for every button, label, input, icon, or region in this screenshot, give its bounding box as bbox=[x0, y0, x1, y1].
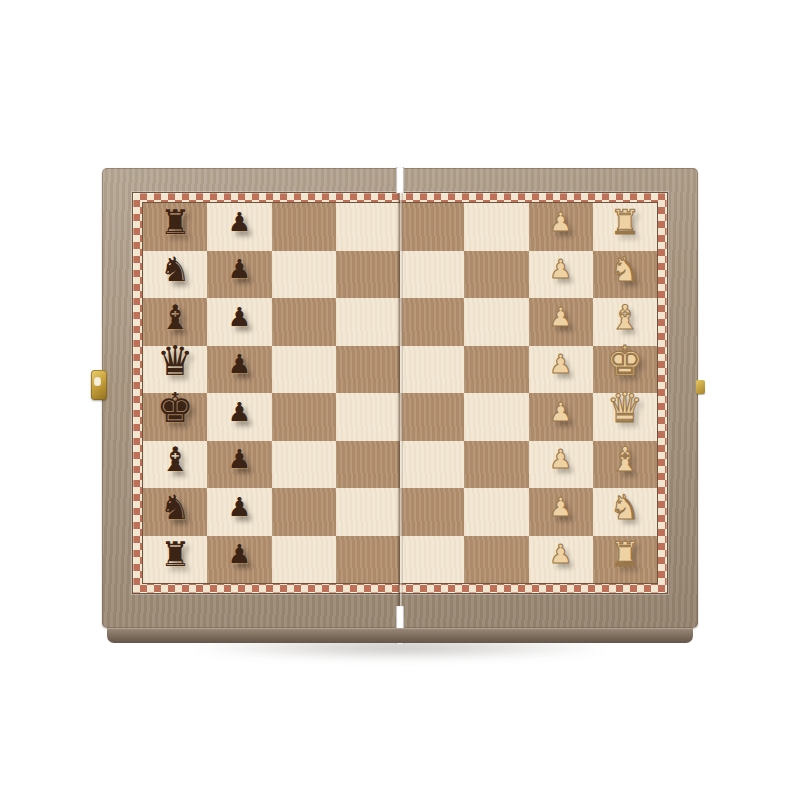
dark-bishop-piece: ♝ bbox=[143, 293, 207, 341]
square: ♜ bbox=[593, 536, 657, 584]
square bbox=[400, 488, 464, 536]
square: ♟ bbox=[207, 488, 271, 536]
dark-pawn-piece: ♟ bbox=[207, 531, 271, 579]
square: ♟ bbox=[529, 346, 593, 394]
square: ♞ bbox=[143, 488, 207, 536]
square: ♞ bbox=[593, 251, 657, 299]
square: ♟ bbox=[529, 393, 593, 441]
square: ♜ bbox=[143, 203, 207, 251]
dark-knight-piece: ♞ bbox=[143, 246, 207, 294]
square bbox=[400, 298, 464, 346]
square: ♟ bbox=[207, 536, 271, 584]
dark-pawn-piece: ♟ bbox=[207, 293, 271, 341]
light-pawn-piece: ♟ bbox=[529, 198, 593, 246]
square bbox=[272, 203, 336, 251]
light-king-piece: ♚ bbox=[593, 338, 657, 386]
square bbox=[272, 488, 336, 536]
square: ♟ bbox=[207, 203, 271, 251]
square bbox=[272, 393, 336, 441]
dark-pawn-piece: ♟ bbox=[207, 341, 271, 389]
square: ♟ bbox=[529, 251, 593, 299]
square bbox=[464, 488, 528, 536]
light-knight-piece: ♞ bbox=[593, 483, 657, 531]
square bbox=[336, 251, 400, 299]
light-pawn-piece: ♟ bbox=[529, 246, 593, 294]
square bbox=[464, 393, 528, 441]
light-pawn-piece: ♟ bbox=[529, 293, 593, 341]
square bbox=[464, 441, 528, 489]
light-bishop-piece: ♝ bbox=[593, 293, 657, 341]
square: ♞ bbox=[593, 488, 657, 536]
dark-pawn-piece: ♟ bbox=[207, 436, 271, 484]
dark-bishop-piece: ♝ bbox=[143, 436, 207, 484]
square bbox=[400, 346, 464, 394]
light-rook-piece: ♜ bbox=[593, 198, 657, 246]
square bbox=[400, 251, 464, 299]
square: ♟ bbox=[207, 251, 271, 299]
square bbox=[336, 488, 400, 536]
square: ♚ bbox=[143, 393, 207, 441]
square bbox=[336, 393, 400, 441]
square bbox=[464, 346, 528, 394]
square: ♟ bbox=[529, 203, 593, 251]
square bbox=[464, 536, 528, 584]
square: ♞ bbox=[143, 251, 207, 299]
square bbox=[336, 203, 400, 251]
square: ♟ bbox=[207, 346, 271, 394]
light-pawn-piece: ♟ bbox=[529, 388, 593, 436]
box-front-edge bbox=[107, 628, 693, 643]
square: ♝ bbox=[593, 441, 657, 489]
square bbox=[272, 298, 336, 346]
light-bishop-piece: ♝ bbox=[593, 436, 657, 484]
dark-pawn-piece: ♟ bbox=[207, 388, 271, 436]
square: ♟ bbox=[207, 393, 271, 441]
square: ♚ bbox=[593, 346, 657, 394]
square: ♛ bbox=[593, 393, 657, 441]
square bbox=[336, 346, 400, 394]
fold-gap-top bbox=[396, 167, 404, 193]
square: ♟ bbox=[529, 441, 593, 489]
square bbox=[272, 441, 336, 489]
square bbox=[272, 536, 336, 584]
dark-king-piece: ♚ bbox=[143, 385, 207, 433]
square bbox=[400, 393, 464, 441]
light-pawn-piece: ♟ bbox=[529, 341, 593, 389]
brass-hinge-icon bbox=[696, 380, 705, 394]
square: ♟ bbox=[529, 488, 593, 536]
square bbox=[464, 203, 528, 251]
square: ♝ bbox=[593, 298, 657, 346]
square bbox=[400, 203, 464, 251]
square: ♛ bbox=[143, 346, 207, 394]
dark-pawn-piece: ♟ bbox=[207, 483, 271, 531]
square: ♜ bbox=[593, 203, 657, 251]
light-pawn-piece: ♟ bbox=[529, 531, 593, 579]
square: ♟ bbox=[529, 298, 593, 346]
dark-pawn-piece: ♟ bbox=[207, 246, 271, 294]
square: ♝ bbox=[143, 441, 207, 489]
dark-queen-piece: ♛ bbox=[143, 338, 207, 386]
chess-set-scene: ♜♟♟♜♞♟♟♞♝♟♟♝♛♟♟♚♚♟♟♛♝♟♟♝♞♟♟♞♜♟♟♜ bbox=[102, 168, 698, 628]
square: ♟ bbox=[207, 441, 271, 489]
brass-clasp-icon bbox=[91, 370, 107, 400]
center-fold-seam bbox=[397, 168, 403, 628]
square bbox=[336, 298, 400, 346]
square bbox=[336, 536, 400, 584]
square: ♜ bbox=[143, 536, 207, 584]
square: ♟ bbox=[529, 536, 593, 584]
folding-chess-box: ♜♟♟♜♞♟♟♞♝♟♟♝♛♟♟♚♚♟♟♛♝♟♟♝♞♟♟♞♜♟♟♜ bbox=[102, 168, 698, 628]
light-queen-piece: ♛ bbox=[593, 385, 657, 433]
square bbox=[464, 298, 528, 346]
square bbox=[400, 441, 464, 489]
dark-knight-piece: ♞ bbox=[143, 483, 207, 531]
square bbox=[464, 251, 528, 299]
square bbox=[272, 346, 336, 394]
dark-rook-piece: ♜ bbox=[143, 198, 207, 246]
dark-rook-piece: ♜ bbox=[143, 531, 207, 579]
square bbox=[336, 441, 400, 489]
square bbox=[272, 251, 336, 299]
light-pawn-piece: ♟ bbox=[529, 436, 593, 484]
dark-pawn-piece: ♟ bbox=[207, 198, 271, 246]
square: ♝ bbox=[143, 298, 207, 346]
light-pawn-piece: ♟ bbox=[529, 483, 593, 531]
square bbox=[400, 536, 464, 584]
square: ♟ bbox=[207, 298, 271, 346]
light-knight-piece: ♞ bbox=[593, 246, 657, 294]
light-rook-piece: ♜ bbox=[593, 531, 657, 579]
